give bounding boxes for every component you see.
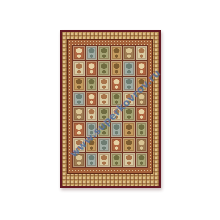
rug-panel: [111, 153, 123, 167]
rug-panel-grid: [72, 45, 148, 168]
rug-panel: [123, 61, 135, 75]
rug-panel: [73, 77, 85, 91]
product-photo: www.superkovrov.ru: [0, 0, 220, 220]
rug-panel: [98, 46, 110, 60]
rug-panel: [136, 77, 148, 91]
rug-panel: [73, 107, 85, 121]
rug-panel: [98, 153, 110, 167]
rug-panel: [73, 122, 85, 136]
rug-panel: [86, 61, 98, 75]
rug-panel: [86, 153, 98, 167]
rug-panel: [111, 122, 123, 136]
rug-panel: [98, 107, 110, 121]
rug-panel: [123, 77, 135, 91]
rug-panel: [86, 107, 98, 121]
rug-panel: [123, 122, 135, 136]
rug-panel: [136, 61, 148, 75]
rug-panel: [136, 122, 148, 136]
rug-panel: [73, 61, 85, 75]
rug-panel: [111, 138, 123, 152]
rug-panel: [136, 138, 148, 152]
rug-panel: [73, 153, 85, 167]
rug-panel: [73, 92, 85, 106]
rug-panel: [86, 92, 98, 106]
rug-panel: [98, 92, 110, 106]
rug-panel: [73, 138, 85, 152]
rug-panel: [123, 46, 135, 60]
rug-panel: [136, 92, 148, 106]
rug-panel: [86, 77, 98, 91]
rug-panel: [136, 153, 148, 167]
rug-panel: [123, 92, 135, 106]
rug-panel: [111, 77, 123, 91]
rug-panel: [86, 138, 98, 152]
rug-panel: [86, 122, 98, 136]
rug-panel: [98, 138, 110, 152]
rug-panel: [111, 107, 123, 121]
rug-inner-border: [67, 39, 153, 174]
rug-panel: [111, 61, 123, 75]
rug-panel: [111, 92, 123, 106]
rug-panel: [86, 46, 98, 60]
rug-panel: [136, 46, 148, 60]
rug-panel: [123, 107, 135, 121]
rug-panel: [123, 153, 135, 167]
rug-panel: [73, 46, 85, 60]
rug-panel: [98, 77, 110, 91]
rug: [60, 30, 161, 188]
rug-panel: [98, 122, 110, 136]
rug-panel: [111, 46, 123, 60]
rug-panel: [123, 138, 135, 152]
rug-panel: [136, 107, 148, 121]
rug-panel: [98, 61, 110, 75]
